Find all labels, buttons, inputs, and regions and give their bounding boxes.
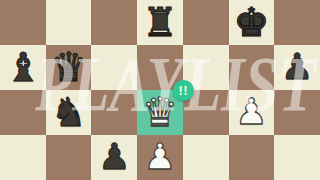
square-r1c2[interactable] <box>91 45 137 90</box>
square-r0c1[interactable] <box>46 0 92 45</box>
square-r0c6[interactable] <box>274 0 320 45</box>
square-r1c0[interactable]: ♝ <box>0 45 46 90</box>
white-pawn[interactable]: ♟ <box>144 139 176 175</box>
chess-board-screenshot: ♜♚♝♛♟♞♛!!♟♟♟ PLAYLIST <box>0 0 320 180</box>
highlighted-square-brilliant[interactable]: ♛!! <box>137 90 183 135</box>
square-r0c5[interactable]: ♚ <box>229 0 275 45</box>
square-r2c0[interactable] <box>0 90 46 135</box>
square-r3c3[interactable]: ♟ <box>137 135 183 180</box>
black-queen[interactable]: ♛ <box>51 47 87 87</box>
black-king[interactable]: ♚ <box>233 2 269 42</box>
square-r3c0[interactable] <box>0 135 46 180</box>
white-queen[interactable]: ♛ <box>142 92 178 132</box>
square-r1c1[interactable]: ♛ <box>46 45 92 90</box>
black-bishop[interactable]: ♝ <box>5 47 41 87</box>
square-r3c6[interactable] <box>274 135 320 180</box>
white-pawn[interactable]: ♟ <box>235 94 267 130</box>
brilliant-move-badge: !! <box>173 80 194 101</box>
square-r0c2[interactable] <box>91 0 137 45</box>
square-r3c5[interactable] <box>229 135 275 180</box>
black-pawn[interactable]: ♟ <box>281 49 313 85</box>
square-r0c3[interactable]: ♜ <box>137 0 183 45</box>
square-r0c4[interactable] <box>183 0 229 45</box>
square-r0c0[interactable] <box>0 0 46 45</box>
square-r2c2[interactable] <box>91 90 137 135</box>
square-r1c5[interactable] <box>229 45 275 90</box>
black-knight[interactable]: ♞ <box>51 92 87 132</box>
square-r2c1[interactable]: ♞ <box>46 90 92 135</box>
square-r3c1[interactable] <box>46 135 92 180</box>
square-r2c5[interactable]: ♟ <box>229 90 275 135</box>
square-r1c6[interactable]: ♟ <box>274 45 320 90</box>
square-r2c6[interactable] <box>274 90 320 135</box>
black-rook[interactable]: ♜ <box>142 2 178 42</box>
square-r3c4[interactable] <box>183 135 229 180</box>
black-pawn[interactable]: ♟ <box>98 139 130 175</box>
chess-board: ♜♚♝♛♟♞♛!!♟♟♟ <box>0 0 320 180</box>
square-r3c2[interactable]: ♟ <box>91 135 137 180</box>
